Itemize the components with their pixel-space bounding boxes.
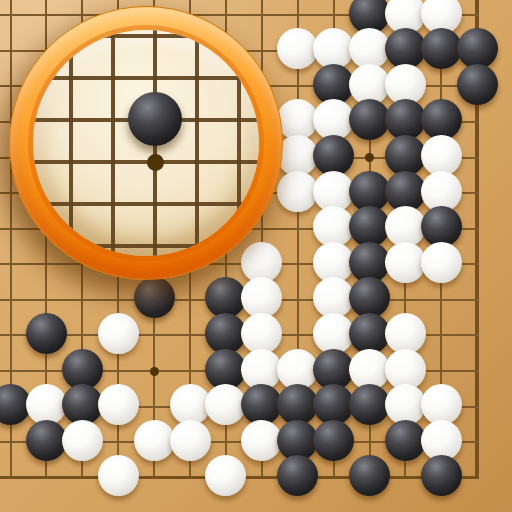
magnifier-loupe	[9, 6, 283, 280]
white-stone	[277, 135, 318, 176]
black-stone	[277, 455, 318, 496]
lens-horizontal-line	[33, 202, 259, 206]
white-stone	[205, 384, 246, 425]
black-stone	[134, 277, 175, 318]
white-stone	[421, 384, 462, 425]
black-stone	[349, 455, 390, 496]
lens-star-point	[147, 154, 164, 171]
magnified-black-stone	[128, 92, 182, 146]
white-stone	[241, 420, 282, 461]
white-stone	[421, 135, 462, 176]
black-stone	[385, 135, 426, 176]
black-stone	[349, 313, 390, 354]
white-stone	[385, 242, 426, 283]
black-stone	[421, 28, 462, 69]
white-stone	[241, 313, 282, 354]
black-stone	[385, 420, 426, 461]
black-stone	[62, 384, 103, 425]
white-stone	[98, 384, 139, 425]
black-stone	[313, 384, 354, 425]
white-stone	[277, 28, 318, 69]
white-stone	[170, 420, 211, 461]
black-stone	[205, 313, 246, 354]
star-point	[150, 367, 159, 376]
black-stone	[26, 313, 67, 354]
lens-vertical-line	[195, 30, 199, 256]
black-stone	[313, 420, 354, 461]
black-stone	[349, 99, 390, 140]
white-stone	[385, 384, 426, 425]
lens-vertical-line	[111, 30, 115, 256]
black-stone	[349, 384, 390, 425]
white-stone	[385, 313, 426, 354]
white-stone	[170, 384, 211, 425]
star-point	[365, 153, 374, 162]
black-stone	[277, 384, 318, 425]
magnifier-lens	[33, 30, 259, 256]
white-stone	[421, 242, 462, 283]
white-stone	[98, 455, 139, 496]
lens-horizontal-line	[33, 76, 259, 80]
go-app-icon	[0, 0, 512, 512]
black-stone	[421, 455, 462, 496]
black-stone	[241, 384, 282, 425]
white-stone	[205, 455, 246, 496]
white-stone	[134, 420, 175, 461]
white-stone	[313, 313, 354, 354]
black-stone	[313, 135, 354, 176]
black-stone	[457, 64, 498, 105]
lens-vertical-line	[69, 30, 73, 256]
black-stone	[26, 420, 67, 461]
white-stone	[62, 420, 103, 461]
white-stone	[98, 313, 139, 354]
white-stone	[26, 384, 67, 425]
white-stone	[277, 171, 318, 212]
